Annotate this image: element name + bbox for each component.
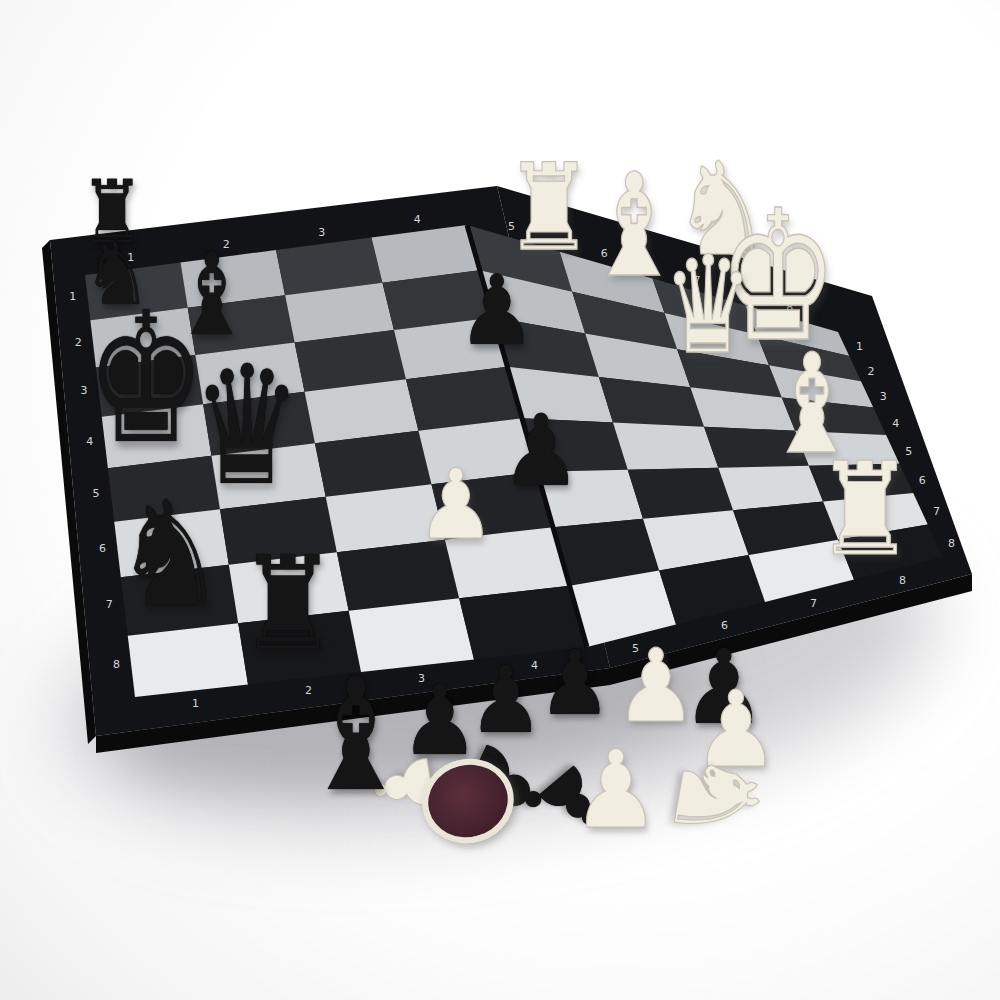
file-label-near-6: 6 — [721, 619, 728, 632]
file-label-near-2: 2 — [305, 684, 312, 697]
rank-label-right-4: 4 — [892, 417, 899, 430]
square-a8 — [128, 623, 248, 697]
square-d8 — [459, 586, 587, 660]
file-label-far-3: 3 — [318, 226, 325, 239]
file-label-far-5: 5 — [508, 220, 515, 233]
rank-label-left-7: 7 — [106, 598, 113, 611]
rank-label-right-2: 2 — [868, 365, 875, 378]
rank-label-right-1: 1 — [856, 340, 863, 353]
file-label-far-2: 2 — [223, 238, 230, 251]
square-d7 — [445, 527, 570, 598]
rank-label-right-3: 3 — [880, 390, 887, 403]
square-e5 — [522, 418, 628, 472]
rank-label-left-1: 1 — [69, 290, 76, 303]
rank-label-left-2: 2 — [75, 336, 82, 349]
square-a7 — [121, 565, 238, 636]
square-g5 — [704, 427, 809, 468]
square-f6 — [628, 468, 733, 519]
file-label-near-4: 4 — [531, 659, 538, 672]
rank-label-left-3: 3 — [80, 384, 87, 397]
chess-board: 11223344123456785566778812345678 — [0, 0, 1000, 1000]
file-label-near-8: 8 — [899, 574, 906, 587]
file-label-near-7: 7 — [810, 597, 817, 610]
rank-label-left-8: 8 — [113, 658, 120, 671]
file-label-near-3: 3 — [418, 672, 425, 685]
rank-label-right-5: 5 — [905, 445, 912, 458]
file-label-near-5: 5 — [632, 642, 639, 655]
file-label-far-4: 4 — [414, 213, 421, 226]
square-f5 — [613, 422, 718, 469]
square-h5 — [795, 431, 899, 466]
rank-label-left-6: 6 — [99, 542, 106, 555]
square-c7 — [337, 540, 459, 611]
rank-label-right-7: 7 — [933, 505, 940, 518]
rank-label-left-5: 5 — [93, 487, 100, 500]
file-label-far-8: 8 — [786, 301, 793, 314]
square-b7 — [229, 552, 349, 623]
file-label-far-7: 7 — [693, 274, 700, 287]
file-label-near-1: 1 — [192, 697, 199, 710]
rank-label-left-4: 4 — [86, 435, 93, 448]
file-label-far-1: 1 — [127, 251, 134, 264]
file-label-far-6: 6 — [601, 247, 608, 260]
product-photo-stage: 11223344123456785566778812345678 ♜♜♞♝♞♝♚… — [0, 0, 1000, 1000]
rank-label-right-8: 8 — [948, 537, 955, 550]
square-b8 — [238, 611, 361, 685]
rank-label-right-6: 6 — [919, 474, 926, 487]
square-c8 — [349, 598, 474, 672]
